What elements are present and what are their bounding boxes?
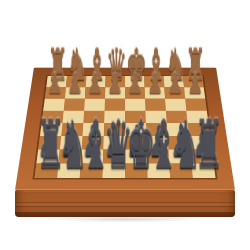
square-c2: ♟	[81, 149, 104, 163]
square-e3	[125, 136, 147, 149]
square-d2: ♟	[103, 149, 125, 163]
piece-black-rook-h8: ♜	[185, 43, 203, 87]
square-g4	[167, 123, 189, 136]
square-h2: ♟	[190, 149, 214, 163]
square-g8: ♞	[164, 76, 184, 87]
box-lid-top: ♜♞♝♛♚♝♞♜♟♟♟♟♟♟♟♟♟♟♟♟♟♟♟♟♜♞♝♛♚♝♞♜	[15, 68, 235, 190]
square-h6	[185, 99, 207, 111]
chess-box-set: ♜♞♝♛♚♝♞♜♟♟♟♟♟♟♟♟♟♟♟♟♟♟♟♟♜♞♝♛♚♝♞♜	[0, 0, 250, 250]
square-h7: ♟	[184, 87, 205, 99]
square-e8: ♚	[125, 76, 145, 87]
square-d1: ♛	[102, 164, 125, 179]
box-front-molding	[15, 190, 235, 217]
square-c6	[84, 99, 105, 111]
square-e6	[125, 99, 145, 111]
square-d7: ♟	[105, 87, 125, 99]
square-a8: ♜	[46, 76, 67, 87]
square-a7: ♟	[45, 87, 66, 99]
square-c8: ♝	[86, 76, 106, 87]
piece-black-bishop-f8: ♝	[145, 43, 163, 87]
square-c7: ♟	[85, 87, 105, 99]
square-e1: ♚	[125, 164, 148, 179]
square-g1: ♞	[169, 164, 193, 179]
square-e2: ♟	[125, 149, 147, 163]
square-e4	[125, 123, 146, 136]
square-f8: ♝	[144, 76, 164, 87]
square-f4	[146, 123, 168, 136]
square-d3	[103, 136, 125, 149]
square-f7: ♟	[145, 87, 165, 99]
square-a2: ♟	[36, 149, 60, 163]
square-f3	[146, 136, 168, 149]
square-d8: ♛	[105, 76, 125, 87]
chess-board: ♜♞♝♛♚♝♞♜♟♟♟♟♟♟♟♟♟♟♟♟♟♟♟♟♜♞♝♛♚♝♞♜	[35, 76, 216, 178]
square-b2: ♟	[59, 149, 82, 163]
square-a3	[38, 136, 61, 149]
square-f6	[145, 99, 166, 111]
square-g6	[165, 99, 186, 111]
square-e7: ♟	[125, 87, 145, 99]
square-h5	[186, 111, 208, 123]
piece-black-bishop-c8: ♝	[86, 43, 104, 87]
square-c4	[82, 123, 104, 136]
square-f5	[145, 111, 166, 123]
square-b4	[61, 123, 83, 136]
piece-black-queen-d8: ♛	[106, 43, 124, 87]
square-c5	[83, 111, 104, 123]
square-e5	[125, 111, 146, 123]
square-h3	[189, 136, 212, 149]
square-h8: ♜	[183, 76, 204, 87]
square-b3	[60, 136, 83, 149]
square-c3	[82, 136, 104, 149]
square-d5	[104, 111, 125, 123]
square-f1: ♝	[147, 164, 170, 179]
square-b7: ♟	[65, 87, 86, 99]
piece-black-knight-b8: ♞	[67, 43, 85, 87]
square-d4	[104, 123, 125, 136]
square-g7: ♟	[164, 87, 185, 99]
drop-shadow	[18, 214, 232, 224]
square-g5	[166, 111, 188, 123]
square-h1: ♜	[191, 164, 215, 179]
square-c1: ♝	[80, 164, 103, 179]
square-b8: ♞	[66, 76, 86, 87]
square-g3	[168, 136, 191, 149]
square-b1: ♞	[57, 164, 81, 179]
square-a4	[40, 123, 63, 136]
product-photo: ♜♞♝♛♚♝♞♜♟♟♟♟♟♟♟♟♟♟♟♟♟♟♟♟♜♞♝♛♚♝♞♜	[0, 0, 250, 250]
square-d6	[105, 99, 125, 111]
square-h4	[188, 123, 211, 136]
piece-black-rook-a8: ♜	[47, 43, 65, 87]
square-f2: ♟	[147, 149, 170, 163]
piece-black-king-e8: ♚	[126, 43, 144, 87]
piece-black-knight-g8: ♞	[165, 43, 183, 87]
square-g2: ♟	[168, 149, 191, 163]
square-a6	[43, 99, 65, 111]
square-b5	[62, 111, 84, 123]
square-b6	[64, 99, 85, 111]
square-a5	[42, 111, 64, 123]
square-a1: ♜	[35, 164, 59, 179]
